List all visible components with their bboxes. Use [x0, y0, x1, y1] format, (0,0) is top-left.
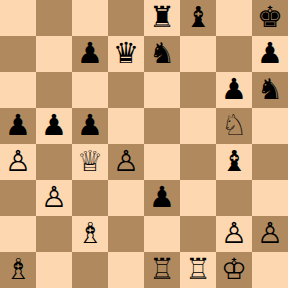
piece-black-pawn[interactable]: ♟ — [41, 107, 67, 143]
piece-white-pawn[interactable]: ♙ — [41, 179, 67, 215]
square-h8[interactable]: ♚ — [252, 0, 288, 36]
square-h5[interactable] — [252, 108, 288, 144]
piece-black-pawn[interactable]: ♟ — [257, 35, 283, 71]
square-h1[interactable] — [252, 252, 288, 288]
piece-black-knight[interactable]: ♞ — [257, 71, 283, 107]
square-e5[interactable] — [144, 108, 180, 144]
piece-white-queen[interactable]: ♕ — [77, 143, 103, 179]
square-a3[interactable] — [0, 180, 36, 216]
piece-black-pawn[interactable]: ♟ — [5, 107, 31, 143]
square-e7[interactable]: ♞ — [144, 36, 180, 72]
square-f4[interactable] — [180, 144, 216, 180]
square-c8[interactable] — [72, 0, 108, 36]
square-e4[interactable] — [144, 144, 180, 180]
square-g7[interactable] — [216, 36, 252, 72]
square-c6[interactable] — [72, 72, 108, 108]
square-d8[interactable] — [108, 0, 144, 36]
piece-black-pawn[interactable]: ♟ — [77, 35, 103, 71]
square-f8[interactable]: ♝ — [180, 0, 216, 36]
square-b6[interactable] — [36, 72, 72, 108]
piece-black-queen[interactable]: ♛ — [113, 35, 139, 71]
square-a2[interactable] — [0, 216, 36, 252]
square-f2[interactable] — [180, 216, 216, 252]
square-g2[interactable]: ♙ — [216, 216, 252, 252]
square-g1[interactable]: ♔ — [216, 252, 252, 288]
square-f1[interactable]: ♖ — [180, 252, 216, 288]
square-d1[interactable] — [108, 252, 144, 288]
square-g5[interactable]: ♘ — [216, 108, 252, 144]
piece-white-bishop[interactable]: ♗ — [77, 215, 103, 251]
square-c1[interactable] — [72, 252, 108, 288]
square-e2[interactable] — [144, 216, 180, 252]
square-g3[interactable] — [216, 180, 252, 216]
square-f7[interactable] — [180, 36, 216, 72]
square-b4[interactable] — [36, 144, 72, 180]
square-e3[interactable]: ♟ — [144, 180, 180, 216]
square-c2[interactable]: ♗ — [72, 216, 108, 252]
piece-white-knight[interactable]: ♘ — [221, 107, 247, 143]
piece-black-pawn[interactable]: ♟ — [149, 179, 175, 215]
square-d6[interactable] — [108, 72, 144, 108]
piece-white-king[interactable]: ♔ — [221, 251, 247, 287]
square-g8[interactable] — [216, 0, 252, 36]
square-h7[interactable]: ♟ — [252, 36, 288, 72]
square-h2[interactable]: ♙ — [252, 216, 288, 252]
square-e1[interactable]: ♖ — [144, 252, 180, 288]
square-h4[interactable] — [252, 144, 288, 180]
chess-board: ♜♝♚♟♛♞♟♟♞♟♟♟♘♙♕♙♝♙♟♗♙♙♗♖♖♔ — [0, 0, 288, 288]
square-g4[interactable]: ♝ — [216, 144, 252, 180]
square-b1[interactable] — [36, 252, 72, 288]
square-e8[interactable]: ♜ — [144, 0, 180, 36]
square-a7[interactable] — [0, 36, 36, 72]
square-f6[interactable] — [180, 72, 216, 108]
square-d2[interactable] — [108, 216, 144, 252]
square-f5[interactable] — [180, 108, 216, 144]
square-h6[interactable]: ♞ — [252, 72, 288, 108]
square-b8[interactable] — [36, 0, 72, 36]
square-a1[interactable]: ♗ — [0, 252, 36, 288]
piece-white-pawn[interactable]: ♙ — [113, 143, 139, 179]
square-d5[interactable] — [108, 108, 144, 144]
piece-white-pawn[interactable]: ♙ — [5, 143, 31, 179]
square-b7[interactable] — [36, 36, 72, 72]
piece-black-knight[interactable]: ♞ — [149, 35, 175, 71]
square-b2[interactable] — [36, 216, 72, 252]
square-d3[interactable] — [108, 180, 144, 216]
square-c7[interactable]: ♟ — [72, 36, 108, 72]
piece-white-pawn[interactable]: ♙ — [221, 215, 247, 251]
piece-white-pawn[interactable]: ♙ — [257, 215, 283, 251]
square-e6[interactable] — [144, 72, 180, 108]
square-a4[interactable]: ♙ — [0, 144, 36, 180]
square-c3[interactable] — [72, 180, 108, 216]
piece-white-rook[interactable]: ♖ — [185, 251, 211, 287]
square-a5[interactable]: ♟ — [0, 108, 36, 144]
square-d7[interactable]: ♛ — [108, 36, 144, 72]
piece-black-pawn[interactable]: ♟ — [77, 107, 103, 143]
square-b5[interactable]: ♟ — [36, 108, 72, 144]
piece-white-rook[interactable]: ♖ — [149, 251, 175, 287]
square-c5[interactable]: ♟ — [72, 108, 108, 144]
piece-black-bishop[interactable]: ♝ — [185, 0, 211, 35]
piece-white-bishop[interactable]: ♗ — [5, 251, 31, 287]
square-g6[interactable]: ♟ — [216, 72, 252, 108]
square-c4[interactable]: ♕ — [72, 144, 108, 180]
square-a8[interactable] — [0, 0, 36, 36]
square-f3[interactable] — [180, 180, 216, 216]
piece-black-rook[interactable]: ♜ — [149, 0, 175, 35]
piece-black-king[interactable]: ♚ — [257, 0, 283, 35]
square-b3[interactable]: ♙ — [36, 180, 72, 216]
square-h3[interactable] — [252, 180, 288, 216]
square-a6[interactable] — [0, 72, 36, 108]
piece-black-pawn[interactable]: ♟ — [221, 71, 247, 107]
square-d4[interactable]: ♙ — [108, 144, 144, 180]
piece-black-bishop[interactable]: ♝ — [221, 143, 247, 179]
